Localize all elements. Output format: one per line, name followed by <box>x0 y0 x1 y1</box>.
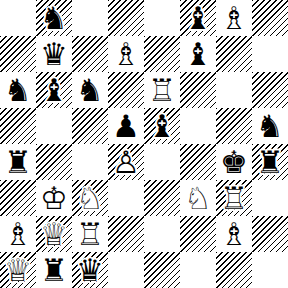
white-rook-piece: ♖ <box>72 216 108 252</box>
white-bishop-piece: ♗ <box>216 0 252 36</box>
square-a7[interactable] <box>0 36 36 72</box>
square-g3[interactable]: ♜♖ <box>216 180 252 216</box>
square-f8[interactable]: ♝♝ <box>180 0 216 36</box>
square-f1[interactable] <box>180 252 216 288</box>
square-f2[interactable] <box>180 216 216 252</box>
piece-halo: ♝ <box>108 36 144 72</box>
black-knight-piece: ♞ <box>252 108 288 144</box>
black-queen-piece: ♛ <box>36 36 72 72</box>
square-h2[interactable] <box>252 216 288 252</box>
square-e7[interactable] <box>144 36 180 72</box>
square-g4[interactable]: ♚♚ <box>216 144 252 180</box>
square-f7[interactable]: ♝♝ <box>180 36 216 72</box>
piece-halo: ♝ <box>36 72 72 108</box>
piece-halo: ♛ <box>36 36 72 72</box>
black-bishop-piece: ♝ <box>180 36 216 72</box>
piece-halo: ♛ <box>36 216 72 252</box>
square-d5[interactable]: ♟♟ <box>108 108 144 144</box>
square-d7[interactable]: ♝♗ <box>108 36 144 72</box>
square-e8[interactable] <box>144 0 180 36</box>
black-knight-piece: ♞ <box>72 72 108 108</box>
white-rook-piece: ♖ <box>144 72 180 108</box>
piece-halo: ♝ <box>180 0 216 36</box>
square-b5[interactable] <box>36 108 72 144</box>
piece-halo: ♜ <box>0 144 36 180</box>
square-h6[interactable] <box>252 72 288 108</box>
white-knight-piece: ♘ <box>72 180 108 216</box>
chess-board: ♞♞♝♝♝♗♛♛♝♗♝♝♞♞♝♝♞♞♜♖♟♟♝♝♞♞♜♜♟♙♚♚♜♜♚♔♞♘♞♘… <box>0 0 288 288</box>
piece-halo: ♛ <box>0 252 36 288</box>
square-h3[interactable] <box>252 180 288 216</box>
piece-halo: ♜ <box>216 180 252 216</box>
square-b6[interactable]: ♝♝ <box>36 72 72 108</box>
square-c8[interactable] <box>72 0 108 36</box>
square-f3[interactable]: ♞♘ <box>180 180 216 216</box>
square-c3[interactable]: ♞♘ <box>72 180 108 216</box>
white-bishop-piece: ♗ <box>108 36 144 72</box>
white-pawn-piece: ♙ <box>108 144 144 180</box>
square-c7[interactable] <box>72 36 108 72</box>
square-c1[interactable]: ♛♛ <box>72 252 108 288</box>
square-f5[interactable] <box>180 108 216 144</box>
square-d1[interactable] <box>108 252 144 288</box>
piece-halo: ♝ <box>0 216 36 252</box>
square-a1[interactable]: ♛♕ <box>0 252 36 288</box>
square-b8[interactable]: ♞♞ <box>36 0 72 36</box>
piece-halo: ♞ <box>72 180 108 216</box>
square-e6[interactable]: ♜♖ <box>144 72 180 108</box>
square-g6[interactable] <box>216 72 252 108</box>
black-bishop-piece: ♝ <box>36 72 72 108</box>
square-a4[interactable]: ♜♜ <box>0 144 36 180</box>
piece-halo: ♞ <box>180 180 216 216</box>
square-a8[interactable] <box>0 0 36 36</box>
square-h8[interactable] <box>252 0 288 36</box>
square-a2[interactable]: ♝♗ <box>0 216 36 252</box>
square-h4[interactable]: ♜♜ <box>252 144 288 180</box>
piece-halo: ♛ <box>72 252 108 288</box>
square-g5[interactable] <box>216 108 252 144</box>
piece-halo: ♞ <box>36 0 72 36</box>
square-b1[interactable]: ♜♜ <box>36 252 72 288</box>
square-b7[interactable]: ♛♛ <box>36 36 72 72</box>
square-d8[interactable] <box>108 0 144 36</box>
piece-halo: ♝ <box>144 108 180 144</box>
square-c2[interactable]: ♜♖ <box>72 216 108 252</box>
square-g1[interactable] <box>216 252 252 288</box>
square-h5[interactable]: ♞♞ <box>252 108 288 144</box>
white-queen-piece: ♕ <box>36 216 72 252</box>
square-b4[interactable] <box>36 144 72 180</box>
square-g7[interactable] <box>216 36 252 72</box>
square-d4[interactable]: ♟♙ <box>108 144 144 180</box>
piece-halo: ♝ <box>180 36 216 72</box>
square-c4[interactable] <box>72 144 108 180</box>
square-a3[interactable] <box>0 180 36 216</box>
black-knight-piece: ♞ <box>0 72 36 108</box>
square-a6[interactable]: ♞♞ <box>0 72 36 108</box>
square-g2[interactable]: ♝♗ <box>216 216 252 252</box>
piece-halo: ♜ <box>144 72 180 108</box>
black-bishop-piece: ♝ <box>180 0 216 36</box>
black-rook-piece: ♜ <box>36 252 72 288</box>
white-king-piece: ♔ <box>36 180 72 216</box>
square-h7[interactable] <box>252 36 288 72</box>
square-e1[interactable] <box>144 252 180 288</box>
piece-halo: ♟ <box>108 144 144 180</box>
square-e4[interactable] <box>144 144 180 180</box>
black-pawn-piece: ♟ <box>108 108 144 144</box>
white-rook-piece: ♖ <box>216 180 252 216</box>
white-queen-piece: ♕ <box>0 252 36 288</box>
square-c6[interactable]: ♞♞ <box>72 72 108 108</box>
piece-halo: ♝ <box>216 216 252 252</box>
square-d3[interactable] <box>108 180 144 216</box>
piece-halo: ♜ <box>36 252 72 288</box>
white-knight-piece: ♘ <box>180 180 216 216</box>
piece-halo: ♟ <box>108 108 144 144</box>
piece-halo: ♞ <box>72 72 108 108</box>
piece-halo: ♜ <box>252 144 288 180</box>
square-b2[interactable]: ♛♕ <box>36 216 72 252</box>
square-d6[interactable] <box>108 72 144 108</box>
black-rook-piece: ♜ <box>252 144 288 180</box>
piece-halo: ♝ <box>216 0 252 36</box>
piece-halo: ♚ <box>216 144 252 180</box>
square-e3[interactable] <box>144 180 180 216</box>
black-knight-piece: ♞ <box>36 0 72 36</box>
square-e2[interactable] <box>144 216 180 252</box>
square-e5[interactable]: ♝♝ <box>144 108 180 144</box>
square-d2[interactable] <box>108 216 144 252</box>
square-g8[interactable]: ♝♗ <box>216 0 252 36</box>
white-bishop-piece: ♗ <box>216 216 252 252</box>
piece-halo: ♞ <box>0 72 36 108</box>
piece-halo: ♚ <box>36 180 72 216</box>
square-c5[interactable] <box>72 108 108 144</box>
piece-halo: ♜ <box>72 216 108 252</box>
square-a5[interactable] <box>0 108 36 144</box>
piece-halo: ♞ <box>252 108 288 144</box>
square-b3[interactable]: ♚♔ <box>36 180 72 216</box>
black-king-piece: ♚ <box>216 144 252 180</box>
black-rook-piece: ♜ <box>0 144 36 180</box>
black-bishop-piece: ♝ <box>144 108 180 144</box>
square-h1[interactable] <box>252 252 288 288</box>
black-queen-piece: ♛ <box>72 252 108 288</box>
white-bishop-piece: ♗ <box>0 216 36 252</box>
square-f4[interactable] <box>180 144 216 180</box>
square-f6[interactable] <box>180 72 216 108</box>
